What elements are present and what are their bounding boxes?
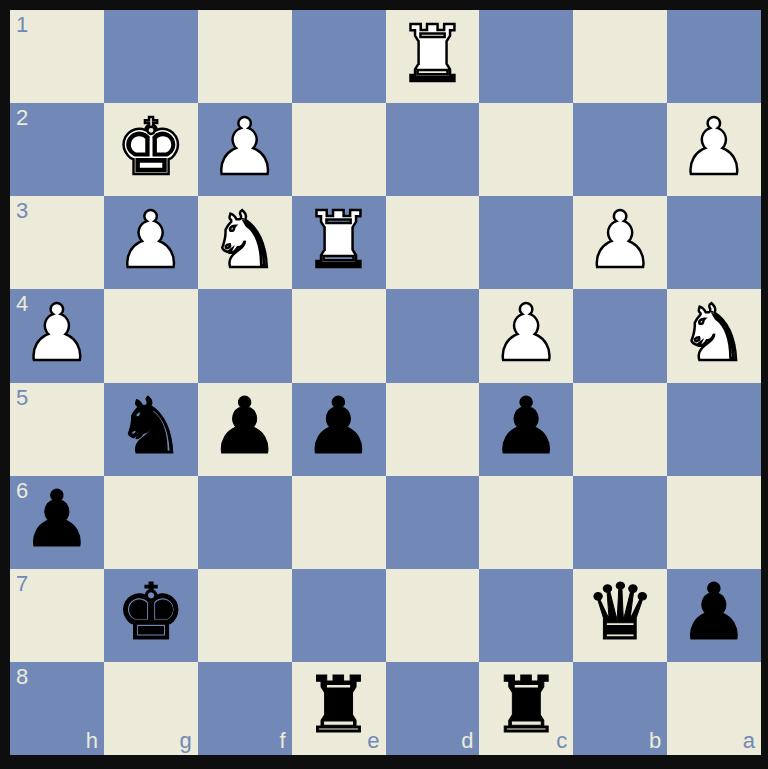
square-f5[interactable]: ♟: [198, 383, 292, 476]
file-label-b: b: [649, 730, 661, 752]
rank-label-7: 7: [16, 573, 28, 595]
square-b4[interactable]: [573, 289, 667, 382]
square-d4[interactable]: [386, 289, 480, 382]
black-pawn[interactable]: ♟: [22, 480, 92, 558]
chess-board: 1♜2♚♟♟3♟♞♜♟4♟♟♞5♞♟♟♟6♟7♚♛♟8hgfe♜dc♜ba: [10, 10, 761, 755]
square-f3[interactable]: ♞: [198, 196, 292, 289]
square-b3[interactable]: ♟: [573, 196, 667, 289]
white-rook[interactable]: ♜: [304, 201, 374, 279]
app-frame: 1♜2♚♟♟3♟♞♜♟4♟♟♞5♞♟♟♟6♟7♚♛♟8hgfe♜dc♜ba: [0, 0, 768, 769]
square-h7[interactable]: 7: [10, 569, 104, 662]
square-e8[interactable]: e♜: [292, 662, 386, 755]
square-h6[interactable]: 6♟: [10, 476, 104, 569]
square-h3[interactable]: 3: [10, 196, 104, 289]
black-queen[interactable]: ♛: [585, 573, 655, 651]
square-d3[interactable]: [386, 196, 480, 289]
square-h4[interactable]: 4♟: [10, 289, 104, 382]
square-g6[interactable]: [104, 476, 198, 569]
square-d5[interactable]: [386, 383, 480, 476]
square-h2[interactable]: 2: [10, 103, 104, 196]
square-h5[interactable]: 5: [10, 383, 104, 476]
white-rook[interactable]: ♜: [397, 15, 467, 93]
square-b1[interactable]: [573, 10, 667, 103]
rank-label-5: 5: [16, 387, 28, 409]
square-a2[interactable]: ♟: [667, 103, 761, 196]
square-d8[interactable]: d: [386, 662, 480, 755]
rank-label-3: 3: [16, 200, 28, 222]
square-e4[interactable]: [292, 289, 386, 382]
rank-label-8: 8: [16, 666, 28, 688]
rank-label-1: 1: [16, 14, 28, 36]
white-knight[interactable]: ♞: [679, 294, 749, 372]
rank-label-2: 2: [16, 107, 28, 129]
square-c3[interactable]: [479, 196, 573, 289]
square-a1[interactable]: [667, 10, 761, 103]
square-f4[interactable]: [198, 289, 292, 382]
black-pawn[interactable]: ♟: [491, 387, 561, 465]
square-c5[interactable]: ♟: [479, 383, 573, 476]
square-e5[interactable]: ♟: [292, 383, 386, 476]
square-d6[interactable]: [386, 476, 480, 569]
square-a5[interactable]: [667, 383, 761, 476]
square-a8[interactable]: a: [667, 662, 761, 755]
white-pawn[interactable]: ♟: [679, 108, 749, 186]
square-e6[interactable]: [292, 476, 386, 569]
square-d1[interactable]: ♜: [386, 10, 480, 103]
square-h1[interactable]: 1: [10, 10, 104, 103]
square-c4[interactable]: ♟: [479, 289, 573, 382]
square-f8[interactable]: f: [198, 662, 292, 755]
black-king[interactable]: ♚: [116, 573, 186, 651]
square-b6[interactable]: [573, 476, 667, 569]
file-label-d: d: [461, 730, 473, 752]
file-label-g: g: [180, 730, 192, 752]
white-pawn[interactable]: ♟: [585, 201, 655, 279]
square-d2[interactable]: [386, 103, 480, 196]
square-h8[interactable]: 8h: [10, 662, 104, 755]
white-pawn[interactable]: ♟: [116, 201, 186, 279]
square-f7[interactable]: [198, 569, 292, 662]
square-a6[interactable]: [667, 476, 761, 569]
white-pawn[interactable]: ♟: [22, 294, 92, 372]
square-c7[interactable]: [479, 569, 573, 662]
square-e2[interactable]: [292, 103, 386, 196]
black-pawn[interactable]: ♟: [210, 387, 280, 465]
square-g4[interactable]: [104, 289, 198, 382]
file-label-a: a: [743, 730, 755, 752]
square-c6[interactable]: [479, 476, 573, 569]
square-g2[interactable]: ♚: [104, 103, 198, 196]
white-knight[interactable]: ♞: [210, 201, 280, 279]
file-label-f: f: [280, 730, 286, 752]
square-c1[interactable]: [479, 10, 573, 103]
square-b2[interactable]: [573, 103, 667, 196]
square-b7[interactable]: ♛: [573, 569, 667, 662]
square-b8[interactable]: b: [573, 662, 667, 755]
square-a7[interactable]: ♟: [667, 569, 761, 662]
black-pawn[interactable]: ♟: [304, 387, 374, 465]
black-rook[interactable]: ♜: [304, 666, 374, 744]
white-pawn[interactable]: ♟: [210, 108, 280, 186]
square-g7[interactable]: ♚: [104, 569, 198, 662]
square-c8[interactable]: c♜: [479, 662, 573, 755]
square-e7[interactable]: [292, 569, 386, 662]
square-c2[interactable]: [479, 103, 573, 196]
black-pawn[interactable]: ♟: [679, 573, 749, 651]
square-g3[interactable]: ♟: [104, 196, 198, 289]
file-label-h: h: [86, 730, 98, 752]
white-pawn[interactable]: ♟: [491, 294, 561, 372]
square-a3[interactable]: [667, 196, 761, 289]
white-king[interactable]: ♚: [116, 108, 186, 186]
black-rook[interactable]: ♜: [491, 666, 561, 744]
square-g8[interactable]: g: [104, 662, 198, 755]
square-f1[interactable]: [198, 10, 292, 103]
square-d7[interactable]: [386, 569, 480, 662]
square-f6[interactable]: [198, 476, 292, 569]
square-e1[interactable]: [292, 10, 386, 103]
black-knight[interactable]: ♞: [116, 387, 186, 465]
square-a4[interactable]: ♞: [667, 289, 761, 382]
square-b5[interactable]: [573, 383, 667, 476]
square-g1[interactable]: [104, 10, 198, 103]
square-g5[interactable]: ♞: [104, 383, 198, 476]
square-f2[interactable]: ♟: [198, 103, 292, 196]
square-e3[interactable]: ♜: [292, 196, 386, 289]
